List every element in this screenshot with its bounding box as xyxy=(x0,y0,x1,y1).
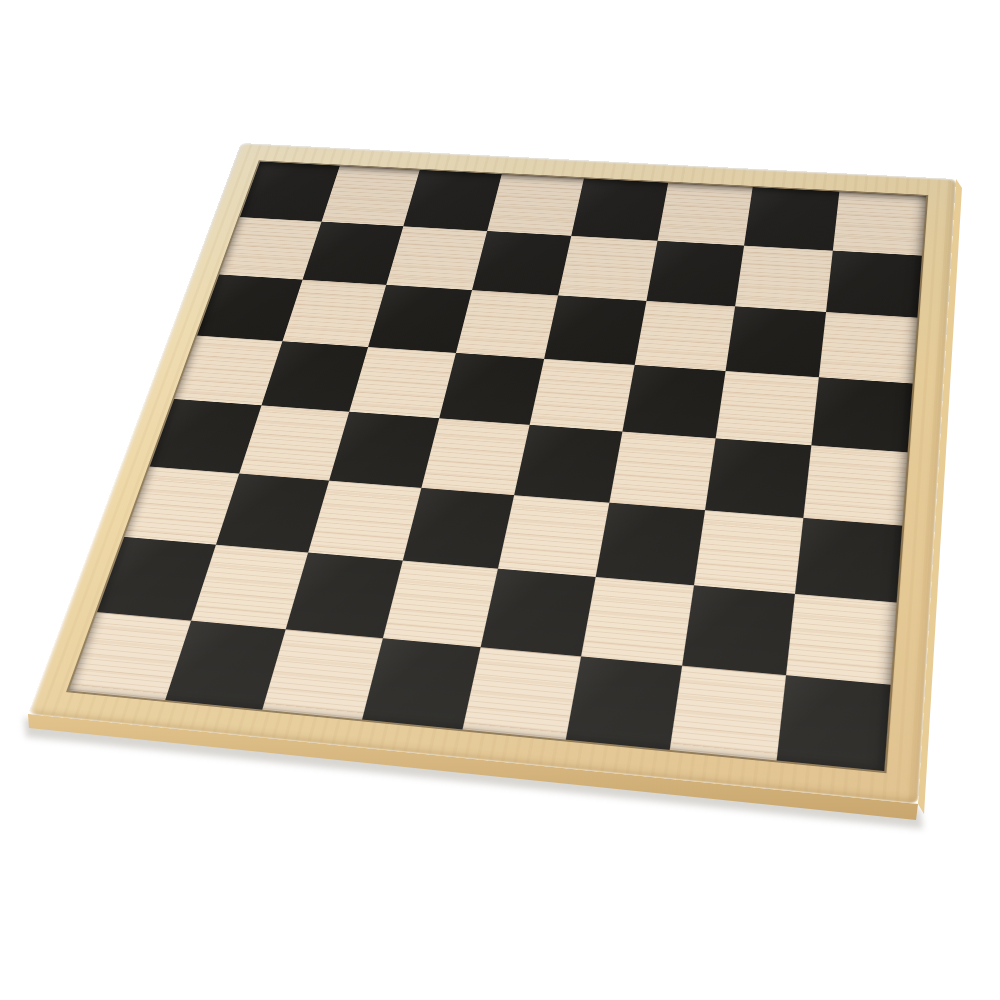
square-g7 xyxy=(735,245,832,312)
square-f6 xyxy=(634,301,735,371)
square-g8 xyxy=(744,187,839,250)
square-f8 xyxy=(657,183,753,246)
square-d5 xyxy=(439,353,545,425)
square-d3 xyxy=(402,487,514,568)
square-d8 xyxy=(487,174,584,235)
square-d2 xyxy=(382,560,497,646)
square-h8 xyxy=(832,192,926,256)
square-g3 xyxy=(694,510,803,594)
square-f3 xyxy=(595,502,705,585)
square-c3 xyxy=(308,480,421,560)
square-c4 xyxy=(329,412,439,488)
square-c7 xyxy=(386,226,487,290)
square-e4 xyxy=(514,425,622,502)
square-h5 xyxy=(811,377,913,452)
square-c8 xyxy=(403,170,501,231)
square-h2 xyxy=(786,594,897,684)
square-e5 xyxy=(530,358,635,431)
square-e6 xyxy=(544,295,646,364)
square-d6 xyxy=(456,290,559,358)
square-e7 xyxy=(558,235,657,300)
square-g5 xyxy=(716,371,819,446)
square-e8 xyxy=(571,178,667,240)
square-g1 xyxy=(670,665,786,760)
square-h4 xyxy=(803,445,908,525)
square-e3 xyxy=(498,495,609,577)
square-d1 xyxy=(362,638,481,730)
square-h1 xyxy=(776,675,891,771)
square-f4 xyxy=(609,432,716,510)
square-d7 xyxy=(472,231,572,296)
square-d4 xyxy=(421,418,530,495)
square-c5 xyxy=(349,347,455,419)
square-h3 xyxy=(794,517,902,602)
square-f1 xyxy=(565,656,682,750)
square-c6 xyxy=(368,285,471,353)
square-h7 xyxy=(826,250,922,317)
product-photo-stage xyxy=(0,0,1000,1000)
square-g6 xyxy=(726,306,826,376)
square-e1 xyxy=(463,647,581,740)
square-g2 xyxy=(682,585,794,674)
square-h6 xyxy=(818,312,917,383)
square-f7 xyxy=(646,240,744,306)
square-f2 xyxy=(581,577,694,665)
square-e2 xyxy=(481,569,595,656)
square-g4 xyxy=(705,438,811,517)
square-f5 xyxy=(622,364,726,438)
